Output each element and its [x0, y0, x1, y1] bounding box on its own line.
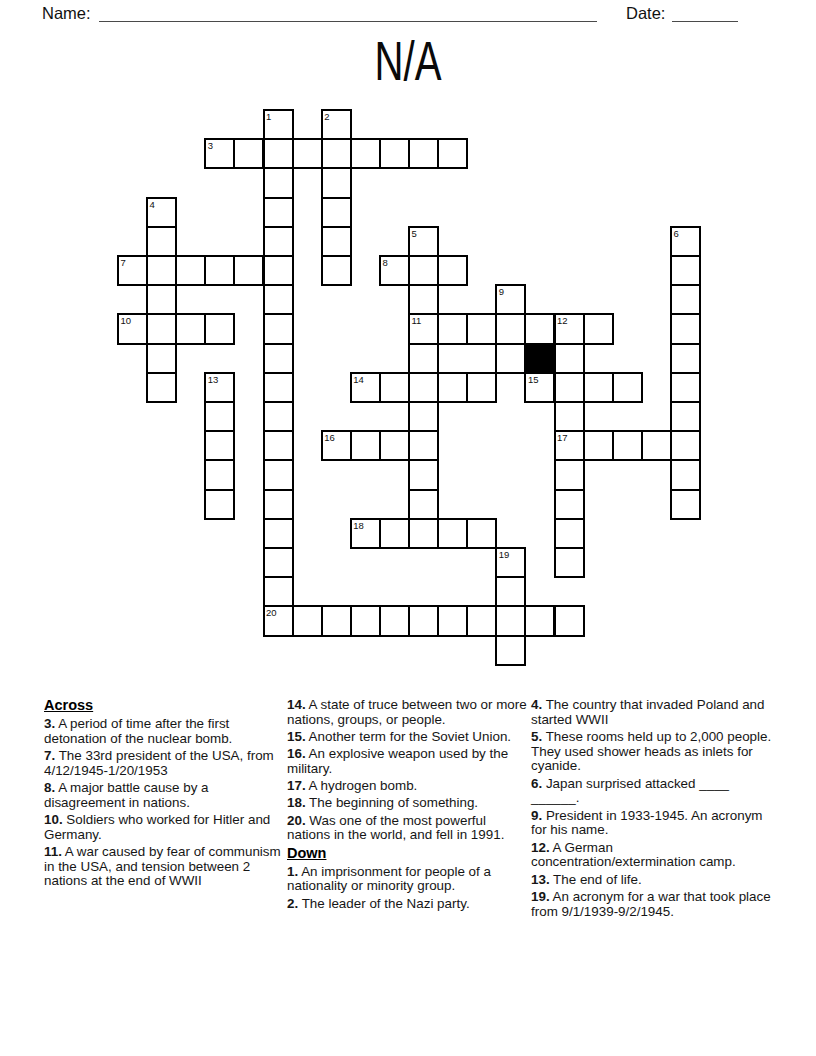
clue-number: 13.	[531, 872, 550, 887]
grid-cell	[379, 605, 410, 636]
grid-cell	[233, 255, 264, 286]
grid-cell	[670, 489, 701, 520]
clue-across-17: 17. A hydrogen bomb.	[287, 779, 528, 794]
grid-cell	[146, 255, 177, 286]
across-heading: Across	[44, 698, 285, 714]
grid-cell	[146, 284, 177, 315]
grid-cell	[379, 518, 410, 549]
grid-cell	[263, 226, 294, 257]
grid-cell	[670, 343, 701, 374]
grid-cell	[466, 372, 497, 403]
grid-cell	[321, 138, 352, 169]
grid-cell	[321, 197, 352, 228]
grid-cell	[146, 343, 177, 374]
clue-number: 12.	[531, 840, 550, 855]
grid-cell	[263, 547, 294, 578]
grid-cell	[350, 138, 381, 169]
grid-cell	[204, 459, 235, 490]
grid-cell	[263, 284, 294, 315]
grid-cell	[554, 547, 585, 578]
grid-cell	[379, 372, 410, 403]
grid-cell	[408, 255, 439, 286]
grid-cell	[263, 489, 294, 520]
cell-number: 14	[353, 375, 364, 385]
grid-cell	[204, 489, 235, 520]
clue-across-7: 7. The 33rd president of the USA, from 4…	[44, 749, 285, 778]
grid-cell	[583, 313, 614, 344]
grid-cell	[670, 313, 701, 344]
clue-number: 15.	[287, 729, 306, 744]
clue-across-11: 11. A war caused by fear of communism in…	[44, 845, 285, 889]
grid-cell	[670, 284, 701, 315]
grid-cell	[175, 313, 206, 344]
clue-number: 1.	[287, 864, 298, 879]
grid-cell	[233, 138, 264, 169]
grid-cell	[379, 138, 410, 169]
grid-cell	[437, 518, 468, 549]
grid-cell	[583, 430, 614, 461]
grid-cell	[583, 372, 614, 403]
name-line	[99, 2, 597, 22]
grid-cell	[408, 430, 439, 461]
grid-cell	[641, 430, 672, 461]
grid-cell	[263, 313, 294, 344]
grid-cell	[408, 518, 439, 549]
grid-cell	[612, 372, 643, 403]
clues-column-middle: 14. A state of truce between two or more…	[287, 698, 528, 914]
grid-cell	[292, 605, 323, 636]
grid-cell	[263, 518, 294, 549]
cell-number: 19	[499, 550, 510, 560]
grid-cell	[263, 343, 294, 374]
clue-down-9: 9. President in 1933-1945. An acronym fo…	[531, 809, 772, 838]
grid-cell	[292, 138, 323, 169]
grid-cell	[379, 430, 410, 461]
clue-number: 3.	[44, 716, 55, 731]
grid-cell	[263, 138, 294, 169]
grid-cell	[321, 226, 352, 257]
clue-number: 11.	[44, 844, 62, 859]
clue-number: 2.	[287, 896, 298, 911]
cell-number: 11	[412, 316, 422, 326]
clue-down-13: 13. The end of life.	[531, 873, 772, 888]
worksheet-page: Name: Date: N/A 123456789101112131415161…	[0, 0, 816, 1056]
cell-number: 16	[324, 433, 335, 443]
clue-across-18: 18. The beginning of something.	[287, 796, 528, 811]
grid-cell	[263, 401, 294, 432]
grid-cell	[466, 605, 497, 636]
grid-cell	[408, 459, 439, 490]
clue-number: 16.	[287, 746, 306, 761]
clue-down-2: 2. The leader of the Nazi party.	[287, 897, 528, 912]
clue-across-16: 16. An explosive weapon used by the mili…	[287, 747, 528, 776]
clue-across-10: 10. Soldiers who worked for Hitler and G…	[44, 813, 285, 842]
grid-cell	[495, 635, 526, 666]
clue-number: 8.	[44, 780, 55, 795]
grid-cell	[612, 430, 643, 461]
grid-cell	[670, 401, 701, 432]
clue-number: 7.	[44, 748, 55, 763]
cell-number: 10	[121, 316, 132, 326]
grid-cell	[408, 284, 439, 315]
cell-number: 17	[557, 433, 568, 443]
clue-down-4: 4. The country that invaded Poland and s…	[531, 698, 772, 727]
grid-cell	[263, 576, 294, 607]
grid-cell	[263, 255, 294, 286]
name-label: Name:	[42, 4, 91, 23]
clue-across-14: 14. A state of truce between two or more…	[287, 698, 528, 727]
grid-cell	[321, 605, 352, 636]
grid-cell	[554, 518, 585, 549]
grid-cell	[263, 167, 294, 198]
date-label: Date:	[626, 4, 665, 23]
cell-number: 2	[324, 112, 329, 122]
grid-cell	[670, 430, 701, 461]
grid-cell	[495, 576, 526, 607]
grid-cell	[408, 401, 439, 432]
grid-cell	[495, 343, 526, 374]
grid-cell	[670, 255, 701, 286]
grid-cell	[554, 489, 585, 520]
clue-down-6: 6. Japan surprised attacked ____ ______.	[531, 777, 772, 806]
clue-across-15: 15. Another term for the Soviet Union.	[287, 730, 528, 745]
grid-cell	[524, 313, 555, 344]
clue-down-1: 1. An imprisonment for people of a natio…	[287, 865, 528, 894]
cell-number: 12	[557, 316, 568, 326]
grid-cell	[350, 605, 381, 636]
grid-cell	[466, 313, 497, 344]
cell-number: 7	[121, 258, 126, 268]
clue-number: 14.	[287, 697, 306, 712]
grid-cell	[263, 430, 294, 461]
clues-column-down: 4. The country that invaded Poland and s…	[531, 698, 772, 922]
clues-column-across: Across3. A period of time after the firs…	[44, 698, 285, 892]
grid-cell	[321, 255, 352, 286]
clue-number: 20.	[287, 813, 306, 828]
grid-cell	[670, 459, 701, 490]
black-cell	[524, 343, 555, 374]
cell-number: 6	[673, 229, 678, 239]
cell-number: 15	[528, 375, 539, 385]
grid-cell	[408, 372, 439, 403]
cell-number: 4	[150, 200, 155, 210]
grid-cell	[437, 605, 468, 636]
cell-number: 8	[382, 258, 387, 268]
clue-number: 18.	[287, 795, 306, 810]
clue-number: 9.	[531, 808, 542, 823]
clue-across-3: 3. A period of time after the first deto…	[44, 717, 285, 746]
grid-cell	[554, 372, 585, 403]
grid-cell	[670, 372, 701, 403]
clue-across-20: 20. Was one of the most powerful nations…	[287, 814, 528, 843]
grid-cell	[146, 313, 177, 344]
puzzle-title: N/A	[110, 34, 706, 89]
cell-number: 18	[353, 521, 364, 531]
grid-cell	[350, 430, 381, 461]
cell-number: 13	[208, 375, 219, 385]
grid-cell	[263, 372, 294, 403]
grid-cell	[263, 459, 294, 490]
grid-cell	[408, 489, 439, 520]
grid-cell	[204, 313, 235, 344]
grid-cell	[437, 372, 468, 403]
grid-cell	[263, 197, 294, 228]
clue-number: 6.	[531, 776, 542, 791]
grid-cell	[408, 605, 439, 636]
cell-number: 1	[266, 112, 271, 122]
grid-cell	[437, 313, 468, 344]
grid-cell	[554, 605, 585, 636]
grid-cell	[554, 343, 585, 374]
clue-down-12: 12. A German concentration/extermination…	[531, 841, 772, 870]
clue-number: 19.	[531, 889, 550, 904]
grid-cell	[495, 605, 526, 636]
clue-down-5: 5. These rooms held up to 2,000 people. …	[531, 730, 772, 774]
clue-number: 5.	[531, 729, 542, 744]
grid-cell	[554, 459, 585, 490]
grid-cell	[437, 255, 468, 286]
grid-cell	[204, 430, 235, 461]
grid-cell	[495, 313, 526, 344]
cell-number: 5	[412, 229, 417, 239]
crossword-grid: 1234567891011121314151617181920	[117, 109, 702, 667]
grid-cell	[175, 255, 206, 286]
clue-across-8: 8. A major battle cause by a disagreemen…	[44, 781, 285, 810]
date-line	[672, 2, 738, 22]
grid-cell	[204, 255, 235, 286]
grid-cell	[408, 138, 439, 169]
grid-cell	[204, 401, 235, 432]
grid-cell	[437, 138, 468, 169]
clue-number: 10.	[44, 812, 63, 827]
grid-cell	[146, 372, 177, 403]
grid-cell	[321, 167, 352, 198]
grid-cell	[146, 226, 177, 257]
grid-cell	[554, 401, 585, 432]
cell-number: 9	[499, 287, 504, 297]
cell-number: 20	[266, 608, 277, 618]
clue-number: 17.	[287, 778, 306, 793]
clue-number: 4.	[531, 697, 542, 712]
grid-cell	[466, 518, 497, 549]
cell-number: 3	[208, 141, 213, 151]
clue-down-19: 19. An acronym for a war that took place…	[531, 890, 772, 919]
down-heading: Down	[287, 846, 528, 862]
grid-cell	[524, 605, 555, 636]
grid-cell	[408, 343, 439, 374]
